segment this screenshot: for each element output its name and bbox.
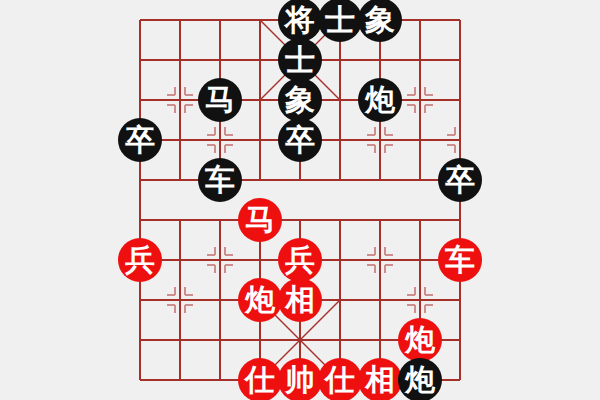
piece-red-soldier[interactable]: 兵 (278, 238, 322, 282)
piece-black-advisor[interactable]: 士 (318, 0, 362, 42)
piece-black-soldier[interactable]: 卒 (118, 118, 162, 162)
piece-black-cannon[interactable]: 炮 (358, 78, 402, 122)
piece-red-horse[interactable]: 马 (238, 198, 282, 242)
piece-black-soldier[interactable]: 卒 (278, 118, 322, 162)
piece-red-cannon[interactable]: 炮 (398, 318, 442, 362)
piece-red-elephant[interactable]: 相 (358, 358, 402, 400)
piece-black-soldier[interactable]: 卒 (438, 158, 482, 202)
xiangqi-board: 将士象士马象炮卒卒车卒马兵兵车炮相炮仕帅仕相炮 (0, 0, 600, 400)
piece-black-chariot[interactable]: 车 (198, 158, 242, 202)
piece-black-horse[interactable]: 马 (198, 78, 242, 122)
piece-red-soldier[interactable]: 兵 (118, 238, 162, 282)
piece-red-general[interactable]: 帅 (278, 358, 322, 400)
piece-red-advisor[interactable]: 仕 (238, 358, 282, 400)
piece-black-cannon[interactable]: 炮 (398, 358, 442, 400)
piece-red-chariot[interactable]: 车 (438, 238, 482, 282)
piece-black-elephant[interactable]: 象 (358, 0, 402, 42)
piece-red-elephant[interactable]: 相 (278, 278, 322, 322)
piece-black-elephant[interactable]: 象 (278, 78, 322, 122)
piece-black-general[interactable]: 将 (278, 0, 322, 42)
piece-red-cannon[interactable]: 炮 (238, 278, 282, 322)
piece-red-advisor[interactable]: 仕 (318, 358, 362, 400)
piece-black-advisor[interactable]: 士 (278, 38, 322, 82)
